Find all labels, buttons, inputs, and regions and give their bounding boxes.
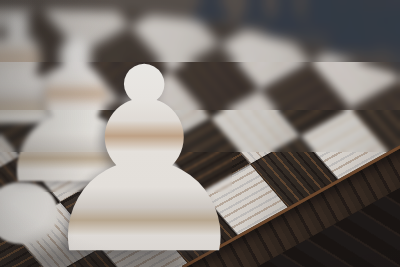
white-pawn-front: ♟ (30, 34, 259, 267)
photo-scene: ♟ ♝ ♟ ♜ ♟ ♛ ♚ ♟ ♟ ♟ (0, 0, 400, 267)
black-king: ♚ (372, 0, 400, 82)
